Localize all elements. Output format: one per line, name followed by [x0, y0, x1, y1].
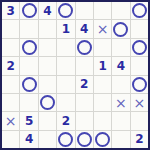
cell-r7c8[interactable]: [131, 112, 148, 129]
cell-r4c5[interactable]: [76, 57, 93, 74]
cross-mark-icon: ×: [115, 96, 127, 110]
cell-r5c2[interactable]: [20, 76, 37, 93]
cell-r4c3[interactable]: [39, 57, 56, 74]
cell-r3c7[interactable]: [112, 39, 129, 56]
cell-r2c4: 1: [57, 20, 74, 37]
cell-r4c7: 4: [112, 57, 129, 74]
cell-r5c3[interactable]: [39, 76, 56, 93]
cell-r6c4[interactable]: [57, 94, 74, 111]
cell-r4c8[interactable]: [131, 57, 148, 74]
cell-r7c7[interactable]: [112, 112, 129, 129]
cell-r7c4: 2: [57, 112, 74, 129]
circle-mark-icon: [22, 3, 37, 18]
cell-r8c2: 4: [20, 131, 37, 148]
circle-mark-icon: [132, 3, 147, 18]
cell-r6c1[interactable]: [2, 94, 19, 111]
cell-r1c2[interactable]: [20, 2, 37, 19]
cell-r6c2[interactable]: [20, 94, 37, 111]
clue-number: 2: [7, 60, 15, 72]
circle-mark-icon: [132, 77, 147, 92]
circle-mark-icon: [58, 132, 73, 147]
cell-r5c6[interactable]: [94, 76, 111, 93]
cell-r2c1[interactable]: [2, 20, 19, 37]
clue-number: 5: [25, 115, 33, 127]
cell-r8c1[interactable]: [2, 131, 19, 148]
cell-r1c3: 4: [39, 2, 56, 19]
cell-r7c6[interactable]: [94, 112, 111, 129]
circle-mark-icon: [40, 95, 55, 110]
cell-r8c8: 2: [131, 131, 148, 148]
cell-r2c7[interactable]: [112, 20, 129, 37]
cell-r3c2[interactable]: [20, 39, 37, 56]
cell-r8c3[interactable]: [39, 131, 56, 148]
cell-r5c5: 2: [76, 76, 93, 93]
cell-r5c8[interactable]: [131, 76, 148, 93]
cell-r2c5: 4: [76, 20, 93, 37]
cross-mark-icon: ×: [97, 22, 109, 36]
cell-r7c1[interactable]: ×: [2, 112, 19, 129]
cell-r6c6[interactable]: [94, 94, 111, 111]
clue-number: 2: [62, 115, 70, 127]
circle-mark-icon: [77, 40, 92, 55]
cell-r2c2[interactable]: [20, 20, 37, 37]
cross-mark-icon: ×: [133, 96, 145, 110]
cell-r8c7[interactable]: [112, 131, 129, 148]
cell-r3c5[interactable]: [76, 39, 93, 56]
circle-mark-icon: [95, 132, 110, 147]
circle-mark-icon: [22, 77, 37, 92]
clue-number: 4: [80, 23, 88, 35]
circle-mark-icon: [77, 132, 92, 147]
cell-r3c8[interactable]: [131, 39, 148, 56]
cell-r8c6[interactable]: [94, 131, 111, 148]
cell-r1c8[interactable]: [131, 2, 148, 19]
cell-r4c2[interactable]: [20, 57, 37, 74]
cell-r8c4[interactable]: [57, 131, 74, 148]
clue-number: 2: [135, 133, 143, 145]
cell-r7c5[interactable]: [76, 112, 93, 129]
circle-mark-icon: [132, 40, 147, 55]
cell-r5c7[interactable]: [112, 76, 129, 93]
cell-r1c1: 3: [2, 2, 19, 19]
cell-r5c1[interactable]: [2, 76, 19, 93]
cell-r3c6[interactable]: [94, 39, 111, 56]
cell-r3c4[interactable]: [57, 39, 74, 56]
cell-r4c1: 2: [2, 57, 19, 74]
cell-r6c5[interactable]: [76, 94, 93, 111]
circle-mark-icon: [22, 40, 37, 55]
cell-r6c3[interactable]: [39, 94, 56, 111]
cell-r1c4[interactable]: [57, 2, 74, 19]
cell-r7c3[interactable]: [39, 112, 56, 129]
clue-number: 4: [117, 60, 125, 72]
cell-r7c2: 5: [20, 112, 37, 129]
clue-number: 1: [98, 60, 106, 72]
cell-r1c6[interactable]: [94, 2, 111, 19]
clue-number: 4: [25, 133, 33, 145]
clue-number: 1: [62, 23, 70, 35]
cell-r2c3[interactable]: [39, 20, 56, 37]
puzzle-board: 3414×2142×××5242: [0, 0, 150, 150]
cell-r6c8[interactable]: ×: [131, 94, 148, 111]
cell-r5c4[interactable]: [57, 76, 74, 93]
cell-r3c3[interactable]: [39, 39, 56, 56]
clue-number: 3: [7, 5, 15, 17]
cell-r1c7[interactable]: [112, 2, 129, 19]
clue-number: 2: [80, 78, 88, 90]
cell-r1c5[interactable]: [76, 2, 93, 19]
cell-r4c4[interactable]: [57, 57, 74, 74]
cell-r2c6[interactable]: ×: [94, 20, 111, 37]
circle-mark-icon: [58, 3, 73, 18]
cross-mark-icon: ×: [5, 114, 17, 128]
cell-r6c7[interactable]: ×: [112, 94, 129, 111]
cell-r2c8[interactable]: [131, 20, 148, 37]
cell-r8c5[interactable]: [76, 131, 93, 148]
cell-r4c6: 1: [94, 57, 111, 74]
clue-number: 4: [43, 5, 51, 17]
cell-r3c1[interactable]: [2, 39, 19, 56]
circle-mark-icon: [113, 22, 128, 37]
